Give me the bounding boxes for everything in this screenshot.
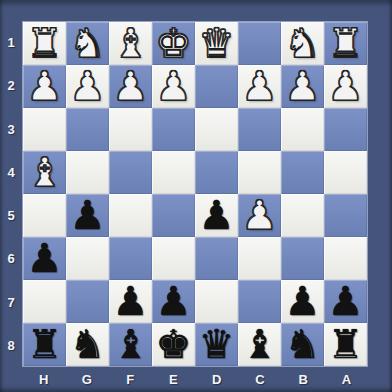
square-h2[interactable]: ♟ xyxy=(23,65,66,108)
square-b4[interactable] xyxy=(281,151,324,194)
square-d2[interactable] xyxy=(195,65,238,108)
square-g8[interactable]: ♞ xyxy=(66,323,109,366)
square-d3[interactable] xyxy=(195,108,238,151)
rank-label-7: 7 xyxy=(0,281,22,324)
square-g4[interactable] xyxy=(66,151,109,194)
rank-label-1: 1 xyxy=(0,21,22,64)
square-h7[interactable] xyxy=(23,280,66,323)
rank-label-2: 2 xyxy=(0,64,22,107)
square-e6[interactable] xyxy=(152,237,195,280)
black-pawn-g5[interactable]: ♟ xyxy=(70,195,106,235)
black-pawn-e7[interactable]: ♟ xyxy=(156,281,192,321)
black-pawn-a7[interactable]: ♟ xyxy=(328,281,364,321)
square-f7[interactable]: ♟ xyxy=(109,280,152,323)
white-queen-d1[interactable]: ♛ xyxy=(199,23,235,63)
black-king-e8[interactable]: ♚ xyxy=(156,324,192,364)
black-rook-h8[interactable]: ♜ xyxy=(27,324,63,364)
rank-label-5: 5 xyxy=(0,194,22,237)
square-c3[interactable] xyxy=(238,108,281,151)
white-pawn-c2[interactable]: ♟ xyxy=(242,66,278,106)
white-pawn-e2[interactable]: ♟ xyxy=(156,66,192,106)
square-a1[interactable]: ♜ xyxy=(324,22,367,65)
square-c2[interactable]: ♟ xyxy=(238,65,281,108)
square-c8[interactable]: ♝ xyxy=(238,323,281,366)
square-a7[interactable]: ♟ xyxy=(324,280,367,323)
file-label-e: E xyxy=(152,367,195,392)
square-a8[interactable]: ♜ xyxy=(324,323,367,366)
file-label-a: A xyxy=(325,367,368,392)
square-a2[interactable]: ♟ xyxy=(324,65,367,108)
square-g5[interactable]: ♟ xyxy=(66,194,109,237)
square-e1[interactable]: ♚ xyxy=(152,22,195,65)
file-label-b: B xyxy=(282,367,325,392)
white-pawn-h2[interactable]: ♟ xyxy=(27,66,63,106)
square-f4[interactable] xyxy=(109,151,152,194)
white-pawn-c5[interactable]: ♟ xyxy=(242,195,278,235)
rank-label-8: 8 xyxy=(0,324,22,367)
square-g1[interactable]: ♞ xyxy=(66,22,109,65)
square-c6[interactable] xyxy=(238,237,281,280)
square-h8[interactable]: ♜ xyxy=(23,323,66,366)
white-pawn-f2[interactable]: ♟ xyxy=(113,66,149,106)
rank-label-3: 3 xyxy=(0,108,22,151)
file-label-h: H xyxy=(22,367,65,392)
black-pawn-d5[interactable]: ♟ xyxy=(199,195,235,235)
square-g2[interactable]: ♟ xyxy=(66,65,109,108)
square-b7[interactable]: ♟ xyxy=(281,280,324,323)
white-rook-h1[interactable]: ♜ xyxy=(27,23,63,63)
square-e3[interactable] xyxy=(152,108,195,151)
square-b5[interactable] xyxy=(281,194,324,237)
square-e4[interactable] xyxy=(152,151,195,194)
black-bishop-c8[interactable]: ♝ xyxy=(242,324,278,364)
black-pawn-h6[interactable]: ♟ xyxy=(27,238,63,278)
square-h4[interactable]: ♝ xyxy=(23,151,66,194)
black-queen-d8[interactable]: ♛ xyxy=(199,324,235,364)
square-f5[interactable] xyxy=(109,194,152,237)
rank-labels: 12345678 xyxy=(0,21,22,367)
chess-board-frame: 12345678 ♜♞♝♚♛♞♜♟♟♟♟♟♟♟♝♟♟♟♟♟♟♟♟♜♞♝♚♛♝♞♜… xyxy=(0,0,392,392)
chess-board[interactable]: ♜♞♝♚♛♞♜♟♟♟♟♟♟♟♝♟♟♟♟♟♟♟♟♜♞♝♚♛♝♞♜ xyxy=(22,21,368,367)
file-label-f: F xyxy=(109,367,152,392)
square-b8[interactable]: ♞ xyxy=(281,323,324,366)
square-c1[interactable] xyxy=(238,22,281,65)
square-b6[interactable] xyxy=(281,237,324,280)
black-knight-g8[interactable]: ♞ xyxy=(70,324,106,364)
white-king-e1[interactable]: ♚ xyxy=(156,23,192,63)
square-b1[interactable]: ♞ xyxy=(281,22,324,65)
square-e5[interactable] xyxy=(152,194,195,237)
square-a3[interactable] xyxy=(324,108,367,151)
square-e2[interactable]: ♟ xyxy=(152,65,195,108)
rank-label-4: 4 xyxy=(0,151,22,194)
black-pawn-b7[interactable]: ♟ xyxy=(285,281,321,321)
white-pawn-g2[interactable]: ♟ xyxy=(70,66,106,106)
file-label-g: G xyxy=(65,367,108,392)
file-label-c: C xyxy=(238,367,281,392)
square-d7[interactable] xyxy=(195,280,238,323)
white-knight-b1[interactable]: ♞ xyxy=(285,23,321,63)
black-pawn-f7[interactable]: ♟ xyxy=(113,281,149,321)
square-a5[interactable] xyxy=(324,194,367,237)
square-d1[interactable]: ♛ xyxy=(195,22,238,65)
square-b3[interactable] xyxy=(281,108,324,151)
square-f8[interactable]: ♝ xyxy=(109,323,152,366)
square-g7[interactable] xyxy=(66,280,109,323)
square-h3[interactable] xyxy=(23,108,66,151)
square-d8[interactable]: ♛ xyxy=(195,323,238,366)
square-b2[interactable]: ♟ xyxy=(281,65,324,108)
square-h1[interactable]: ♜ xyxy=(23,22,66,65)
square-c7[interactable] xyxy=(238,280,281,323)
black-bishop-f8[interactable]: ♝ xyxy=(113,324,149,364)
white-pawn-a2[interactable]: ♟ xyxy=(328,66,364,106)
square-d5[interactable]: ♟ xyxy=(195,194,238,237)
square-a4[interactable] xyxy=(324,151,367,194)
white-knight-g1[interactable]: ♞ xyxy=(70,23,106,63)
square-e8[interactable]: ♚ xyxy=(152,323,195,366)
square-e7[interactable]: ♟ xyxy=(152,280,195,323)
white-bishop-f1[interactable]: ♝ xyxy=(113,23,149,63)
square-d6[interactable] xyxy=(195,237,238,280)
square-c4[interactable] xyxy=(238,151,281,194)
square-h5[interactable] xyxy=(23,194,66,237)
file-labels: HGFEDCBA xyxy=(22,367,368,392)
white-pawn-b2[interactable]: ♟ xyxy=(285,66,321,106)
white-bishop-h4[interactable]: ♝ xyxy=(27,152,63,192)
square-f3[interactable] xyxy=(109,108,152,151)
square-f1[interactable]: ♝ xyxy=(109,22,152,65)
square-g3[interactable] xyxy=(66,108,109,151)
square-f6[interactable] xyxy=(109,237,152,280)
square-a6[interactable] xyxy=(324,237,367,280)
black-rook-a8[interactable]: ♜ xyxy=(328,324,364,364)
rank-label-6: 6 xyxy=(0,237,22,280)
file-label-d: D xyxy=(195,367,238,392)
white-rook-a1[interactable]: ♜ xyxy=(328,23,364,63)
square-f2[interactable]: ♟ xyxy=(109,65,152,108)
square-d4[interactable] xyxy=(195,151,238,194)
square-c5[interactable]: ♟ xyxy=(238,194,281,237)
black-knight-b8[interactable]: ♞ xyxy=(285,324,321,364)
square-h6[interactable]: ♟ xyxy=(23,237,66,280)
square-g6[interactable] xyxy=(66,237,109,280)
